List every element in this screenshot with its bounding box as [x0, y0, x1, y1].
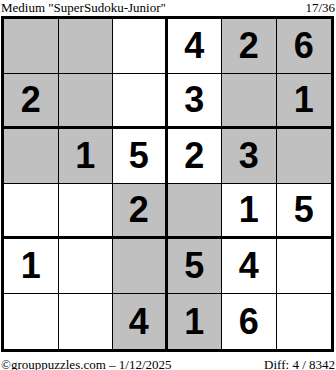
cell-r6c6[interactable]	[277, 294, 332, 349]
cell-r6c5[interactable]: 6	[222, 294, 277, 349]
cell-r5c2[interactable]	[59, 239, 114, 294]
givens-count: 17/36	[305, 0, 335, 15]
cell-r6c3[interactable]: 4	[113, 294, 168, 349]
sudoku-board: 4262311523215154416	[1, 16, 334, 352]
cell-r6c4[interactable]: 1	[168, 294, 223, 349]
puzzle-title: Medium "SuperSudoku-Junior"	[1, 0, 166, 15]
cell-r5c5[interactable]: 4	[222, 239, 277, 294]
cell-r2c1[interactable]: 2	[4, 74, 59, 129]
cell-r1c5[interactable]: 2	[222, 19, 277, 74]
cell-r1c1[interactable]	[4, 19, 59, 74]
cell-r6c1[interactable]	[4, 294, 59, 349]
cell-r5c4[interactable]: 5	[168, 239, 223, 294]
cell-r5c6[interactable]	[277, 239, 332, 294]
cell-r1c3[interactable]	[113, 19, 168, 74]
cell-r4c4[interactable]	[168, 184, 223, 239]
cell-r5c1[interactable]: 1	[4, 239, 59, 294]
cell-r2c4[interactable]: 3	[168, 74, 223, 129]
cell-r3c3[interactable]: 5	[113, 129, 168, 184]
cell-r4c6[interactable]: 5	[277, 184, 332, 239]
cell-r2c3[interactable]	[113, 74, 168, 129]
cell-r5c3[interactable]	[113, 239, 168, 294]
cell-r3c6[interactable]	[277, 129, 332, 184]
cell-r2c5[interactable]	[222, 74, 277, 129]
cell-r4c1[interactable]	[4, 184, 59, 239]
cell-r1c4[interactable]: 4	[168, 19, 223, 74]
cell-r4c2[interactable]	[59, 184, 114, 239]
cell-r4c3[interactable]: 2	[113, 184, 168, 239]
cell-r3c5[interactable]: 3	[222, 129, 277, 184]
cell-r1c2[interactable]	[59, 19, 114, 74]
cell-r6c2[interactable]	[59, 294, 114, 349]
cell-r4c5[interactable]: 1	[222, 184, 277, 239]
difficulty-label: Diff: 4 / 8342	[264, 358, 335, 370]
cell-r3c1[interactable]	[4, 129, 59, 184]
cell-r2c2[interactable]	[59, 74, 114, 129]
footer: ©grouppuzzles.com – 1/12/2025 Diff: 4 / …	[0, 352, 336, 370]
cell-r3c4[interactable]: 2	[168, 129, 223, 184]
cell-r1c6[interactable]: 6	[277, 19, 332, 74]
header: Medium "SuperSudoku-Junior" 17/36	[0, 0, 336, 16]
cell-r3c2[interactable]: 1	[59, 129, 114, 184]
cell-r2c6[interactable]: 1	[277, 74, 332, 129]
copyright-date: ©grouppuzzles.com – 1/12/2025	[1, 358, 172, 370]
puzzle-page: Medium "SuperSudoku-Junior" 17/36 426231…	[0, 0, 336, 370]
